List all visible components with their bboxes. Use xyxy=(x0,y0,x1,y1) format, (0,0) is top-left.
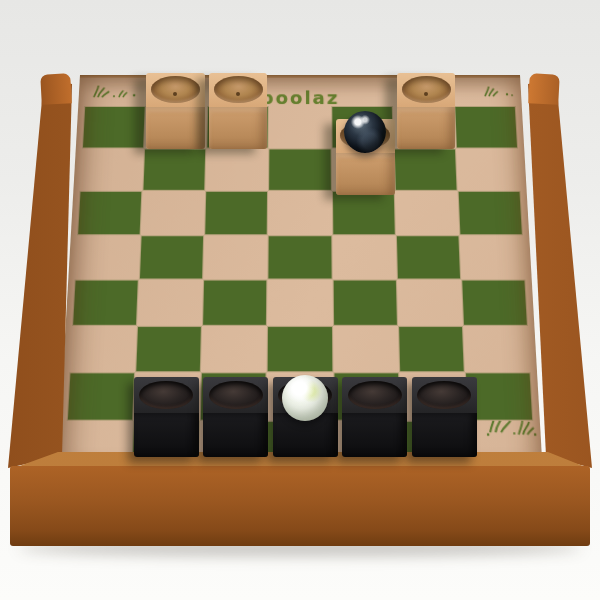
wood-block-c6r1[interactable] xyxy=(397,73,455,149)
board-cell-c4r4 xyxy=(268,235,332,280)
board-cell-c3r5 xyxy=(202,280,267,326)
block-top-face xyxy=(397,73,455,107)
board-cell-c1r7 xyxy=(67,372,136,420)
white-marble[interactable] xyxy=(282,375,328,421)
board-cell-c3r6 xyxy=(201,325,267,372)
board-cell-c2r6 xyxy=(135,325,202,372)
board-cell-c4r1 xyxy=(269,106,331,148)
board-cell-c1r6 xyxy=(69,325,137,372)
board-cell-c1r1 xyxy=(82,106,146,148)
marble-cup xyxy=(348,381,402,409)
marble-cup xyxy=(402,76,451,103)
marble-cup xyxy=(151,76,200,103)
marble-cup xyxy=(139,381,193,409)
board-cell-c6r5 xyxy=(397,280,463,326)
black-block-c2r8[interactable] xyxy=(134,377,199,457)
board-cell-c2r3 xyxy=(141,191,206,235)
board-cell-c1r5 xyxy=(72,280,139,326)
black-block-c3r8[interactable] xyxy=(203,377,268,457)
board-cell-c7r3 xyxy=(457,191,522,235)
board-cell-c7r4 xyxy=(459,235,525,280)
board-cell-c6r3 xyxy=(394,191,459,235)
board-cell-c2r2 xyxy=(143,148,207,191)
block-top-face xyxy=(412,377,477,413)
board-cell-c5r6 xyxy=(333,325,399,372)
board-cell-c1r3 xyxy=(77,191,142,235)
board-cell-c5r4 xyxy=(332,235,397,280)
block-front-face xyxy=(209,107,267,149)
board-cell-c4r6 xyxy=(267,325,333,372)
block-front-face xyxy=(397,107,455,149)
block-front-face xyxy=(336,153,395,195)
board-cell-c2r5 xyxy=(137,280,203,326)
board-cell-c7r2 xyxy=(456,148,521,191)
tray-front-rail xyxy=(10,466,590,546)
black-marble[interactable] xyxy=(344,111,386,153)
board-cell-c5r5 xyxy=(332,280,397,326)
block-top-face xyxy=(134,377,199,413)
marble-cup xyxy=(214,76,263,103)
block-front-face xyxy=(342,413,407,457)
board-cell-c4r5 xyxy=(267,280,332,326)
game-photo: poolaz xyxy=(0,0,600,600)
tray-left-post xyxy=(40,73,72,105)
tray-right-post xyxy=(528,73,560,105)
block-front-face xyxy=(134,413,199,457)
board-cell-c3r4 xyxy=(203,235,268,280)
board-cell-c3r3 xyxy=(204,191,268,235)
wood-block-c2r1[interactable] xyxy=(146,73,204,149)
board-cell-c1r4 xyxy=(75,235,141,280)
board-cell-c7r1 xyxy=(454,106,518,148)
wood-block-c3r1[interactable] xyxy=(209,73,267,149)
board-cell-c5r3 xyxy=(331,191,395,235)
marble-cup xyxy=(417,381,471,409)
board-cell-c7r6 xyxy=(463,325,531,372)
board-cell-c1r2 xyxy=(80,148,145,191)
marble-cup xyxy=(209,381,263,409)
block-top-face xyxy=(203,377,268,413)
board-cell-c6r6 xyxy=(398,325,465,372)
board-cell-c2r4 xyxy=(139,235,204,280)
block-top-face xyxy=(342,377,407,413)
board-cell-c3r2 xyxy=(206,148,269,191)
black-block-c6r8[interactable] xyxy=(412,377,477,457)
block-top-face xyxy=(146,73,204,107)
block-front-face xyxy=(146,107,204,149)
board-cell-c6r2 xyxy=(393,148,457,191)
board-cell-c4r3 xyxy=(268,191,332,235)
wood-block-c5r2[interactable] xyxy=(336,119,395,195)
black-block-c4r8[interactable] xyxy=(273,377,338,457)
black-block-c5r8[interactable] xyxy=(342,377,407,457)
board-cell-c4r2 xyxy=(268,148,331,191)
board-cell-c6r4 xyxy=(396,235,461,280)
board-cell-c7r5 xyxy=(461,280,528,326)
block-front-face xyxy=(203,413,268,457)
block-top-face xyxy=(209,73,267,107)
block-front-face xyxy=(412,413,477,457)
